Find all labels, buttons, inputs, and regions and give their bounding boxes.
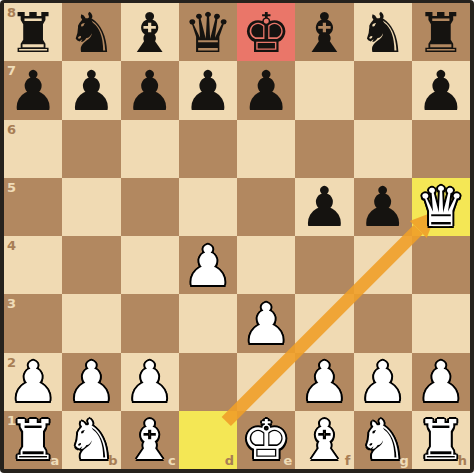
square-a2[interactable]: 2♟ bbox=[4, 353, 62, 411]
square-h4[interactable] bbox=[412, 236, 470, 294]
piece-white-bishop[interactable]: ♝ bbox=[121, 412, 179, 470]
square-h8[interactable]: ♜ bbox=[412, 3, 470, 61]
square-d1[interactable]: d bbox=[179, 411, 237, 469]
square-d8[interactable]: ♛ bbox=[179, 3, 237, 61]
square-b2[interactable]: ♟ bbox=[62, 353, 120, 411]
square-b5[interactable] bbox=[62, 178, 120, 236]
square-b3[interactable] bbox=[62, 294, 120, 352]
piece-black-bishop[interactable]: ♝ bbox=[295, 4, 353, 62]
piece-white-knight[interactable]: ♞ bbox=[62, 412, 120, 470]
square-g7[interactable] bbox=[354, 61, 412, 119]
rank-label-5: 5 bbox=[7, 181, 16, 194]
piece-black-pawn[interactable]: ♟ bbox=[62, 62, 120, 120]
square-a6[interactable]: 6 bbox=[4, 120, 62, 178]
square-h2[interactable]: ♟ bbox=[412, 353, 470, 411]
square-f8[interactable]: ♝ bbox=[295, 3, 353, 61]
piece-white-pawn[interactable]: ♟ bbox=[237, 295, 295, 353]
piece-black-pawn[interactable]: ♟ bbox=[354, 179, 412, 237]
square-a5[interactable]: 5 bbox=[4, 178, 62, 236]
piece-black-rook[interactable]: ♜ bbox=[412, 4, 470, 62]
square-g1[interactable]: g♞ bbox=[354, 411, 412, 469]
square-c1[interactable]: c♝ bbox=[121, 411, 179, 469]
piece-black-pawn[interactable]: ♟ bbox=[412, 62, 470, 120]
piece-white-knight[interactable]: ♞ bbox=[354, 412, 412, 470]
piece-white-pawn[interactable]: ♟ bbox=[62, 354, 120, 412]
square-b1[interactable]: b♞ bbox=[62, 411, 120, 469]
piece-black-king[interactable]: ♚ bbox=[237, 4, 295, 62]
square-h6[interactable] bbox=[412, 120, 470, 178]
square-d2[interactable] bbox=[179, 353, 237, 411]
piece-black-pawn[interactable]: ♟ bbox=[121, 62, 179, 120]
piece-white-pawn[interactable]: ♟ bbox=[354, 354, 412, 412]
square-c4[interactable] bbox=[121, 236, 179, 294]
piece-white-pawn[interactable]: ♟ bbox=[121, 354, 179, 412]
square-a1[interactable]: 1a♜ bbox=[4, 411, 62, 469]
square-b8[interactable]: ♞ bbox=[62, 3, 120, 61]
square-f7[interactable] bbox=[295, 61, 353, 119]
square-a7[interactable]: 7♟ bbox=[4, 61, 62, 119]
square-d4[interactable]: ♟ bbox=[179, 236, 237, 294]
square-f2[interactable]: ♟ bbox=[295, 353, 353, 411]
square-d7[interactable]: ♟ bbox=[179, 61, 237, 119]
piece-white-rook[interactable]: ♜ bbox=[4, 412, 62, 470]
square-d6[interactable] bbox=[179, 120, 237, 178]
piece-white-pawn[interactable]: ♟ bbox=[295, 354, 353, 412]
square-c8[interactable]: ♝ bbox=[121, 3, 179, 61]
square-e3[interactable]: ♟ bbox=[237, 294, 295, 352]
square-e4[interactable] bbox=[237, 236, 295, 294]
square-e8[interactable]: ♚ bbox=[237, 3, 295, 61]
piece-black-pawn[interactable]: ♟ bbox=[4, 62, 62, 120]
piece-white-pawn[interactable]: ♟ bbox=[412, 354, 470, 412]
square-g3[interactable] bbox=[354, 294, 412, 352]
piece-white-rook[interactable]: ♜ bbox=[412, 412, 470, 470]
piece-black-pawn[interactable]: ♟ bbox=[295, 179, 353, 237]
piece-white-pawn[interactable]: ♟ bbox=[4, 354, 62, 412]
rank-label-6: 6 bbox=[7, 123, 16, 136]
piece-black-bishop[interactable]: ♝ bbox=[121, 4, 179, 62]
square-f3[interactable] bbox=[295, 294, 353, 352]
square-g2[interactable]: ♟ bbox=[354, 353, 412, 411]
square-a8[interactable]: 8♜ bbox=[4, 3, 62, 61]
square-c3[interactable] bbox=[121, 294, 179, 352]
square-e6[interactable] bbox=[237, 120, 295, 178]
square-b7[interactable]: ♟ bbox=[62, 61, 120, 119]
piece-white-queen[interactable]: ♛ bbox=[412, 179, 470, 237]
piece-black-knight[interactable]: ♞ bbox=[354, 4, 412, 62]
piece-black-pawn[interactable]: ♟ bbox=[179, 62, 237, 120]
file-label-d: d bbox=[225, 454, 234, 467]
square-e5[interactable] bbox=[237, 178, 295, 236]
square-c2[interactable]: ♟ bbox=[121, 353, 179, 411]
piece-black-knight[interactable]: ♞ bbox=[62, 4, 120, 62]
square-g8[interactable]: ♞ bbox=[354, 3, 412, 61]
square-f1[interactable]: f♝ bbox=[295, 411, 353, 469]
square-g6[interactable] bbox=[354, 120, 412, 178]
square-h1[interactable]: h♜ bbox=[412, 411, 470, 469]
chess-board: 8♜♞♝♛♚♝♞♜7♟♟♟♟♟♟65♟♟♛4♟3♟2♟♟♟♟♟♟1a♜b♞c♝d… bbox=[4, 3, 470, 469]
square-a3[interactable]: 3 bbox=[4, 294, 62, 352]
square-h7[interactable]: ♟ bbox=[412, 61, 470, 119]
piece-white-king[interactable]: ♚ bbox=[237, 412, 295, 470]
piece-black-rook[interactable]: ♜ bbox=[4, 4, 62, 62]
square-b6[interactable] bbox=[62, 120, 120, 178]
square-f5[interactable]: ♟ bbox=[295, 178, 353, 236]
square-g4[interactable] bbox=[354, 236, 412, 294]
square-c5[interactable] bbox=[121, 178, 179, 236]
board-frame: 8♜♞♝♛♚♝♞♜7♟♟♟♟♟♟65♟♟♛4♟3♟2♟♟♟♟♟♟1a♜b♞c♝d… bbox=[0, 0, 474, 473]
piece-black-queen[interactable]: ♛ bbox=[179, 4, 237, 62]
rank-label-3: 3 bbox=[7, 297, 16, 310]
square-c7[interactable]: ♟ bbox=[121, 61, 179, 119]
square-h3[interactable] bbox=[412, 294, 470, 352]
piece-white-pawn[interactable]: ♟ bbox=[179, 237, 237, 295]
square-e7[interactable]: ♟ bbox=[237, 61, 295, 119]
square-e1[interactable]: e♚ bbox=[237, 411, 295, 469]
square-a4[interactable]: 4 bbox=[4, 236, 62, 294]
square-h5[interactable]: ♛ bbox=[412, 178, 470, 236]
piece-black-pawn[interactable]: ♟ bbox=[237, 62, 295, 120]
square-g5[interactable]: ♟ bbox=[354, 178, 412, 236]
square-f4[interactable] bbox=[295, 236, 353, 294]
rank-label-4: 4 bbox=[7, 239, 16, 252]
square-d5[interactable] bbox=[179, 178, 237, 236]
square-f6[interactable] bbox=[295, 120, 353, 178]
square-b4[interactable] bbox=[62, 236, 120, 294]
square-d3[interactable] bbox=[179, 294, 237, 352]
square-c6[interactable] bbox=[121, 120, 179, 178]
square-e2[interactable] bbox=[237, 353, 295, 411]
piece-white-bishop[interactable]: ♝ bbox=[295, 412, 353, 470]
